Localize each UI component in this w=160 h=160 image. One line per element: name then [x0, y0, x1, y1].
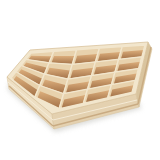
- product-photo-wooden-tray: [0, 0, 160, 160]
- wooden-tray-illustration: [0, 0, 160, 160]
